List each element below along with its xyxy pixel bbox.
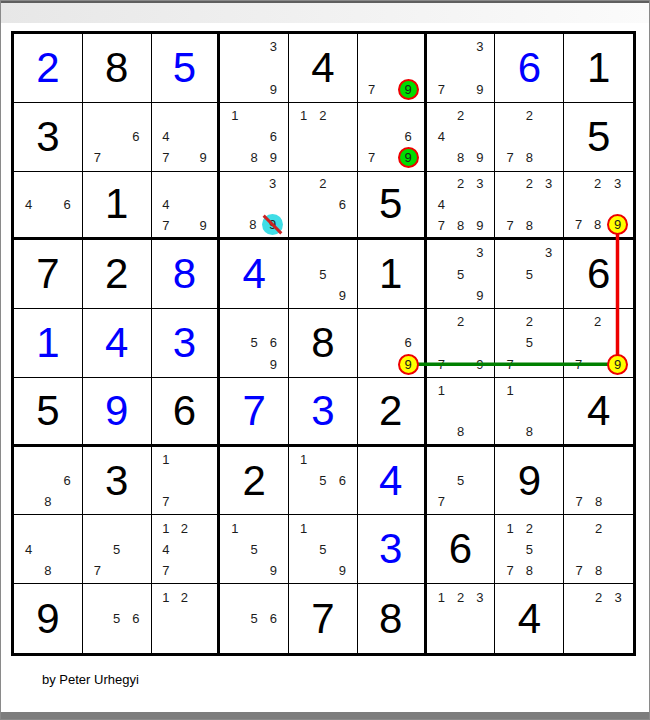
cell-r2c4[interactable]: 1689 bbox=[220, 103, 289, 172]
candidate-grid: 159 bbox=[220, 515, 288, 583]
cell-r7c8[interactable]: 9 bbox=[495, 447, 564, 516]
candidate: 9 bbox=[333, 285, 352, 306]
candidate: 9 bbox=[470, 354, 489, 375]
candidate: 7 bbox=[500, 354, 519, 375]
candidate-grid: 278 bbox=[495, 103, 563, 171]
candidate: 8 bbox=[520, 215, 539, 236]
candidate: 9 bbox=[398, 79, 419, 100]
candidate: 2 bbox=[520, 311, 539, 332]
cell-r3c7[interactable]: 234789 bbox=[427, 172, 496, 241]
big-digit: 6 bbox=[173, 390, 196, 432]
big-digit: 6 bbox=[449, 528, 472, 570]
cell-r2c1[interactable]: 3 bbox=[14, 103, 83, 172]
candidate: 2 bbox=[588, 311, 607, 332]
cell-r9c1[interactable]: 9 bbox=[14, 584, 83, 653]
candidate: 1 bbox=[500, 380, 519, 401]
candidate: 4 bbox=[157, 194, 176, 215]
candidate: 3 bbox=[539, 174, 558, 195]
candidate: 2 bbox=[451, 586, 470, 608]
candidate-grid: 46 bbox=[14, 172, 82, 238]
candidate: 8 bbox=[589, 560, 609, 581]
big-digit: 7 bbox=[311, 598, 334, 640]
candidate: 3 bbox=[470, 586, 489, 608]
candidate: 3 bbox=[607, 174, 628, 194]
candidate: 3 bbox=[539, 242, 558, 263]
candidate: 7 bbox=[569, 491, 589, 512]
candidate: 7 bbox=[432, 491, 451, 512]
cell-r4c9[interactable]: 6 bbox=[564, 240, 633, 309]
candidate-grid: 2489 bbox=[427, 103, 495, 171]
candidate: 9 bbox=[264, 354, 283, 375]
big-digit: 6 bbox=[518, 47, 541, 89]
big-digit: 1 bbox=[587, 47, 610, 89]
highlight-circle: 9 bbox=[607, 214, 628, 235]
candidate: 7 bbox=[432, 79, 451, 100]
candidate: 1 bbox=[294, 105, 313, 126]
cell-r1c6[interactable]: 79 bbox=[358, 34, 427, 103]
big-digit: 4 bbox=[518, 598, 541, 640]
cell-r1c7[interactable]: 379 bbox=[427, 34, 496, 103]
cell-r3c8[interactable]: 2378 bbox=[495, 172, 564, 241]
candidate-grid: 123 bbox=[427, 584, 495, 653]
cell-r5c4[interactable]: 569 bbox=[220, 309, 289, 378]
cell-r3c3[interactable]: 479 bbox=[152, 172, 221, 241]
cell-r9c4[interactable]: 56 bbox=[220, 584, 289, 653]
cell-r8c4[interactable]: 159 bbox=[220, 515, 289, 584]
cell-r7c7[interactable]: 57 bbox=[427, 447, 496, 516]
big-digit: 5 bbox=[587, 116, 610, 158]
big-digit: 3 bbox=[173, 322, 196, 364]
big-digit: 1 bbox=[105, 183, 128, 225]
cell-r5c9[interactable]: 279 bbox=[564, 309, 633, 378]
candidate-grid: 359 bbox=[427, 240, 495, 308]
big-digit: 8 bbox=[173, 253, 196, 295]
candidate: 2 bbox=[451, 174, 470, 195]
highlight-circle: 9 bbox=[398, 147, 419, 168]
big-digit: 2 bbox=[105, 253, 128, 295]
cell-r7c2[interactable]: 3 bbox=[83, 447, 152, 516]
candidate: 9 bbox=[470, 215, 489, 236]
candidate-grid: 156 bbox=[289, 447, 357, 515]
cell-r6c8[interactable]: 18 bbox=[495, 378, 564, 447]
candidate: 3 bbox=[262, 174, 283, 194]
candidate: 8 bbox=[451, 421, 470, 442]
candidate: 6 bbox=[398, 126, 419, 147]
candidate-grid: 39 bbox=[220, 34, 288, 102]
candidate-grid: 569 bbox=[220, 309, 288, 377]
candidate-grid: 68 bbox=[14, 447, 82, 515]
candidate-grid: 234789 bbox=[427, 172, 495, 238]
cell-r6c5[interactable]: 3 bbox=[289, 378, 358, 447]
cell-r6c2[interactable]: 9 bbox=[83, 378, 152, 447]
candidate-grid: 57 bbox=[427, 447, 495, 515]
candidate: 8 bbox=[588, 214, 607, 235]
candidate: 9 bbox=[333, 560, 352, 581]
candidate: 7 bbox=[500, 560, 519, 581]
candidate-grid: 389 bbox=[220, 172, 288, 238]
cell-r9c9[interactable]: 23 bbox=[564, 584, 633, 653]
candidate-grid: 12 bbox=[152, 584, 218, 653]
cell-r4c3[interactable]: 8 bbox=[152, 240, 221, 309]
cell-r1c3[interactable]: 5 bbox=[152, 34, 221, 103]
cell-r2c6[interactable]: 679 bbox=[358, 103, 427, 172]
cell-r2c7[interactable]: 2489 bbox=[427, 103, 496, 172]
candidate: 2 bbox=[175, 586, 194, 608]
candidate: 9 bbox=[194, 147, 213, 168]
candidate: 7 bbox=[157, 560, 176, 581]
cell-r1c9[interactable]: 1 bbox=[564, 34, 633, 103]
candidate-grid: 12578 bbox=[495, 515, 563, 583]
puzzle-author-credit: by Peter Urhegyi bbox=[42, 672, 139, 687]
candidate: 9 bbox=[264, 147, 283, 168]
candidate: 6 bbox=[264, 608, 283, 630]
candidate: 1 bbox=[294, 449, 313, 470]
candidate: 3 bbox=[264, 36, 283, 57]
candidate-grid: 278 bbox=[564, 515, 633, 583]
candidate-grid: 23789 bbox=[564, 172, 633, 238]
big-digit: 8 bbox=[311, 322, 334, 364]
candidate: 2 bbox=[520, 105, 539, 126]
candidate: 1 bbox=[432, 586, 451, 608]
candidate: 9 bbox=[264, 560, 283, 581]
candidate-grid: 1689 bbox=[220, 103, 288, 171]
cell-r6c9[interactable]: 4 bbox=[564, 378, 633, 447]
cell-r5c8[interactable]: 257 bbox=[495, 309, 564, 378]
big-digit: 2 bbox=[243, 460, 266, 502]
cell-r7c4[interactable]: 2 bbox=[220, 447, 289, 516]
candidate: 9 bbox=[470, 285, 489, 306]
candidate: 8 bbox=[38, 491, 57, 512]
candidate-grid: 479 bbox=[152, 172, 218, 238]
candidate-grid: 69 bbox=[358, 309, 424, 377]
candidate: 7 bbox=[88, 560, 107, 581]
candidate: 9 bbox=[194, 215, 213, 236]
big-digit: 3 bbox=[36, 116, 59, 158]
big-digit: 3 bbox=[105, 460, 128, 502]
cell-r7c6[interactable]: 4 bbox=[358, 447, 427, 516]
cell-r5c2[interactable]: 4 bbox=[83, 309, 152, 378]
cell-r4c8[interactable]: 35 bbox=[495, 240, 564, 309]
candidate: 2 bbox=[451, 105, 470, 126]
candidate: 5 bbox=[520, 264, 539, 285]
cell-r8c1[interactable]: 48 bbox=[14, 515, 83, 584]
candidate: 9 bbox=[470, 79, 489, 100]
candidate: 2 bbox=[175, 517, 194, 538]
candidate: 2 bbox=[520, 517, 539, 538]
candidate: 6 bbox=[264, 126, 283, 147]
candidate: 3 bbox=[470, 242, 489, 263]
candidate: 5 bbox=[520, 332, 539, 353]
cell-r5c3[interactable]: 3 bbox=[152, 309, 221, 378]
candidate: 9 bbox=[470, 147, 489, 168]
candidate: 3 bbox=[470, 36, 489, 57]
candidate-grid: 56 bbox=[83, 584, 151, 653]
cell-r8c3[interactable]: 1247 bbox=[152, 515, 221, 584]
cell-r3c6[interactable]: 5 bbox=[358, 172, 427, 241]
cell-r8c9[interactable]: 278 bbox=[564, 515, 633, 584]
cell-r9c8[interactable]: 4 bbox=[495, 584, 564, 653]
candidate: 5 bbox=[313, 539, 332, 560]
candidate: 2 bbox=[313, 174, 332, 195]
big-digit: 4 bbox=[587, 390, 610, 432]
candidate: 3 bbox=[470, 174, 489, 195]
candidate: 6 bbox=[58, 194, 77, 215]
cell-r5c6[interactable]: 69 bbox=[358, 309, 427, 378]
big-digit: 3 bbox=[311, 390, 334, 432]
candidate: 8 bbox=[451, 215, 470, 236]
candidate-grid: 17 bbox=[152, 447, 218, 515]
candidate: 2 bbox=[589, 517, 609, 538]
candidate-grid: 59 bbox=[289, 240, 357, 308]
cell-r8c6[interactable]: 3 bbox=[358, 515, 427, 584]
cell-r8c8[interactable]: 12578 bbox=[495, 515, 564, 584]
candidate: 7 bbox=[88, 147, 107, 168]
candidate-grid: 257 bbox=[495, 309, 563, 377]
candidate-grid: 12 bbox=[289, 103, 357, 171]
cell-r4c1[interactable]: 7 bbox=[14, 240, 83, 309]
candidate: 5 bbox=[245, 332, 264, 353]
big-digit: 7 bbox=[36, 253, 59, 295]
big-digit: 9 bbox=[105, 390, 128, 432]
cell-r5c1[interactable]: 1 bbox=[14, 309, 83, 378]
cell-r2c9[interactable]: 5 bbox=[564, 103, 633, 172]
candidate: 9 bbox=[262, 214, 283, 235]
big-digit: 8 bbox=[105, 47, 128, 89]
cell-r2c2[interactable]: 67 bbox=[83, 103, 152, 172]
candidate: 9 bbox=[398, 354, 419, 375]
cell-r9c6[interactable]: 8 bbox=[358, 584, 427, 653]
big-digit: 5 bbox=[379, 183, 402, 225]
cell-r1c4[interactable]: 39 bbox=[220, 34, 289, 103]
candidate: 7 bbox=[157, 147, 176, 168]
cell-r7c9[interactable]: 78 bbox=[564, 447, 633, 516]
cell-r5c5[interactable]: 8 bbox=[289, 309, 358, 378]
cell-r1c2[interactable]: 8 bbox=[83, 34, 152, 103]
candidate-grid: 35 bbox=[495, 240, 563, 308]
candidate: 7 bbox=[363, 79, 380, 100]
candidate: 4 bbox=[157, 539, 176, 560]
cell-r4c4[interactable]: 4 bbox=[220, 240, 289, 309]
elimination-circle: 9 bbox=[262, 214, 283, 235]
candidate-grid: 379 bbox=[427, 34, 495, 102]
candidate: 4 bbox=[19, 194, 38, 215]
candidate: 2 bbox=[588, 174, 607, 194]
candidate: 6 bbox=[398, 332, 419, 353]
candidate: 8 bbox=[520, 560, 539, 581]
candidate-grid: 159 bbox=[289, 515, 357, 583]
cell-r3c4[interactable]: 389 bbox=[220, 172, 289, 241]
cell-r2c8[interactable]: 278 bbox=[495, 103, 564, 172]
big-digit: 9 bbox=[36, 598, 59, 640]
candidate: 9 bbox=[607, 354, 628, 375]
candidate: 8 bbox=[520, 147, 539, 168]
candidate: 6 bbox=[126, 126, 145, 147]
highlight-circle: 9 bbox=[398, 354, 419, 375]
candidate: 2 bbox=[451, 311, 470, 332]
big-digit: 1 bbox=[379, 253, 402, 295]
cell-r9c7[interactable]: 123 bbox=[427, 584, 496, 653]
candidate: 5 bbox=[107, 539, 126, 560]
candidate-grid: 57 bbox=[83, 515, 151, 583]
cell-r3c2[interactable]: 1 bbox=[83, 172, 152, 241]
cell-r6c7[interactable]: 18 bbox=[427, 378, 496, 447]
cell-r1c5[interactable]: 4 bbox=[289, 34, 358, 103]
candidate: 7 bbox=[500, 215, 519, 236]
candidate: 1 bbox=[225, 517, 244, 538]
candidate: 8 bbox=[520, 421, 539, 442]
candidate: 9 bbox=[398, 147, 419, 168]
candidate: 1 bbox=[432, 380, 451, 401]
cell-r1c1[interactable]: 2 bbox=[14, 34, 83, 103]
cell-r6c6[interactable]: 2 bbox=[358, 378, 427, 447]
candidate: 1 bbox=[157, 449, 176, 470]
cell-r3c1[interactable]: 46 bbox=[14, 172, 83, 241]
cell-r7c1[interactable]: 68 bbox=[14, 447, 83, 516]
candidate: 7 bbox=[569, 354, 588, 375]
cell-r7c5[interactable]: 156 bbox=[289, 447, 358, 516]
candidate-grid: 78 bbox=[564, 447, 633, 515]
candidate: 4 bbox=[432, 126, 451, 147]
candidate: 7 bbox=[569, 214, 588, 235]
cell-r7c3[interactable]: 17 bbox=[152, 447, 221, 516]
cell-r6c4[interactable]: 7 bbox=[220, 378, 289, 447]
candidate-grid: 23 bbox=[564, 584, 633, 653]
candidate: 7 bbox=[569, 560, 589, 581]
candidate-grid: 26 bbox=[289, 172, 357, 238]
candidate: 9 bbox=[607, 214, 628, 235]
big-digit: 2 bbox=[379, 390, 402, 432]
candidate: 9 bbox=[264, 79, 283, 100]
candidate: 1 bbox=[157, 586, 176, 608]
big-digit: 4 bbox=[379, 460, 402, 502]
candidate-grid: 2378 bbox=[495, 172, 563, 238]
candidate: 5 bbox=[313, 264, 332, 285]
candidate: 8 bbox=[244, 214, 262, 235]
candidate: 6 bbox=[333, 470, 352, 491]
candidate-grid: 1247 bbox=[152, 515, 218, 583]
cell-r3c9[interactable]: 23789 bbox=[564, 172, 633, 241]
big-digit: 8 bbox=[379, 598, 402, 640]
cell-r4c5[interactable]: 59 bbox=[289, 240, 358, 309]
candidate: 2 bbox=[520, 174, 539, 195]
window-bottom-bar bbox=[1, 712, 649, 719]
big-digit: 1 bbox=[36, 322, 59, 364]
candidate: 5 bbox=[520, 539, 539, 560]
sudoku-app-window: 2853947937961367479168912679248927854614… bbox=[0, 0, 650, 720]
cell-r9c3[interactable]: 12 bbox=[152, 584, 221, 653]
big-digit: 7 bbox=[243, 390, 266, 432]
candidate: 1 bbox=[225, 105, 244, 126]
candidate: 1 bbox=[294, 517, 313, 538]
sudoku-board[interactable]: 2853947937961367479168912679248927854614… bbox=[11, 31, 636, 656]
candidate: 7 bbox=[432, 354, 451, 375]
highlight-circle: 9 bbox=[398, 79, 419, 100]
candidate: 8 bbox=[245, 147, 264, 168]
candidate-grid: 679 bbox=[358, 103, 424, 171]
candidate: 3 bbox=[608, 586, 628, 608]
candidate: 8 bbox=[38, 560, 57, 581]
big-digit: 5 bbox=[173, 47, 196, 89]
candidate: 7 bbox=[432, 215, 451, 236]
candidate-grid: 48 bbox=[14, 515, 82, 583]
candidate: 6 bbox=[333, 194, 352, 215]
big-digit: 5 bbox=[36, 390, 59, 432]
candidate: 2 bbox=[589, 586, 609, 608]
big-digit: 6 bbox=[587, 253, 610, 295]
candidate-grid: 18 bbox=[495, 378, 563, 444]
big-digit: 4 bbox=[105, 322, 128, 364]
candidate-grid: 79 bbox=[358, 34, 424, 102]
big-digit: 9 bbox=[518, 460, 541, 502]
cell-r6c1[interactable]: 5 bbox=[14, 378, 83, 447]
cell-r4c6[interactable]: 1 bbox=[358, 240, 427, 309]
candidate: 5 bbox=[451, 470, 470, 491]
candidate: 5 bbox=[107, 608, 126, 630]
candidate: 1 bbox=[500, 517, 519, 538]
candidate: 7 bbox=[157, 215, 176, 236]
candidate: 8 bbox=[589, 491, 609, 512]
big-digit: 4 bbox=[243, 253, 266, 295]
cell-r2c3[interactable]: 479 bbox=[152, 103, 221, 172]
candidate: 2 bbox=[313, 105, 332, 126]
cell-r8c7[interactable]: 6 bbox=[427, 515, 496, 584]
cell-r8c5[interactable]: 159 bbox=[289, 515, 358, 584]
big-digit: 2 bbox=[36, 47, 59, 89]
cell-r2c5[interactable]: 12 bbox=[289, 103, 358, 172]
candidate: 5 bbox=[451, 264, 470, 285]
candidate: 6 bbox=[264, 332, 283, 353]
candidate-grid: 479 bbox=[152, 103, 218, 171]
cell-r8c2[interactable]: 57 bbox=[83, 515, 152, 584]
cell-r9c2[interactable]: 56 bbox=[83, 584, 152, 653]
candidate: 6 bbox=[126, 608, 145, 630]
big-digit: 3 bbox=[379, 528, 402, 570]
candidate: 8 bbox=[451, 147, 470, 168]
candidate: 5 bbox=[245, 539, 264, 560]
cell-r4c2[interactable]: 2 bbox=[83, 240, 152, 309]
window-title-bar bbox=[1, 1, 649, 23]
candidate-grid: 279 bbox=[427, 309, 495, 377]
cell-r5c7[interactable]: 279 bbox=[427, 309, 496, 378]
highlight-circle: 9 bbox=[607, 354, 628, 375]
candidate: 7 bbox=[157, 491, 176, 512]
candidate: 6 bbox=[58, 470, 77, 491]
candidate: 7 bbox=[500, 147, 519, 168]
cell-r4c7[interactable]: 359 bbox=[427, 240, 496, 309]
candidate-grid: 67 bbox=[83, 103, 151, 171]
candidate: 5 bbox=[313, 470, 332, 491]
candidate: 1 bbox=[157, 517, 176, 538]
candidate: 4 bbox=[157, 126, 176, 147]
cell-r9c5[interactable]: 7 bbox=[289, 584, 358, 653]
candidate: 5 bbox=[245, 608, 264, 630]
candidate: 4 bbox=[19, 539, 38, 560]
candidate: 7 bbox=[363, 147, 380, 168]
cell-r3c5[interactable]: 26 bbox=[289, 172, 358, 241]
cell-r6c3[interactable]: 6 bbox=[152, 378, 221, 447]
candidate-grid: 279 bbox=[564, 309, 633, 377]
cell-r1c8[interactable]: 6 bbox=[495, 34, 564, 103]
candidate-grid: 18 bbox=[427, 378, 495, 444]
big-digit: 4 bbox=[311, 47, 334, 89]
candidate-grid: 56 bbox=[220, 584, 288, 653]
candidate: 4 bbox=[432, 194, 451, 215]
